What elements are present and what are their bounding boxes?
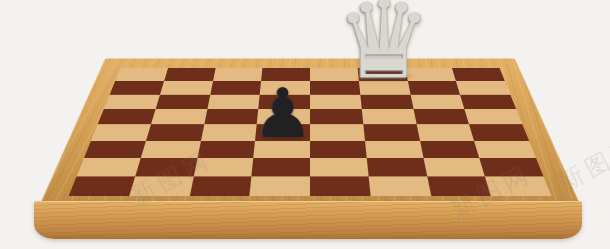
- square-h4[interactable]: [469, 124, 529, 140]
- square-a1[interactable]: [69, 176, 135, 196]
- square-a2[interactable]: [77, 158, 141, 176]
- square-g3[interactable]: [419, 141, 479, 158]
- square-c1[interactable]: [189, 176, 251, 196]
- square-e5[interactable]: [310, 109, 363, 124]
- square-h8[interactable]: [452, 68, 505, 81]
- square-g4[interactable]: [416, 124, 474, 140]
- square-e4[interactable]: [310, 124, 365, 140]
- square-b7[interactable]: [160, 81, 213, 95]
- square-d2[interactable]: [252, 158, 310, 176]
- square-h5[interactable]: [465, 109, 523, 124]
- square-c2[interactable]: [193, 158, 253, 176]
- square-a5[interactable]: [98, 109, 156, 124]
- square-e1[interactable]: [310, 176, 370, 196]
- square-f5[interactable]: [362, 109, 417, 124]
- square-e2[interactable]: [310, 158, 368, 176]
- square-f4[interactable]: [363, 124, 419, 140]
- square-b8[interactable]: [164, 68, 215, 81]
- square-a3[interactable]: [84, 141, 146, 158]
- square-c5[interactable]: [204, 109, 259, 124]
- square-b6[interactable]: [155, 95, 209, 109]
- square-b3[interactable]: [141, 141, 201, 158]
- square-h1[interactable]: [485, 176, 551, 196]
- square-c4[interactable]: [201, 124, 257, 140]
- square-g5[interactable]: [413, 109, 469, 124]
- square-b5[interactable]: [151, 109, 207, 124]
- square-e3[interactable]: [310, 141, 366, 158]
- square-d1[interactable]: [250, 176, 310, 196]
- square-a4[interactable]: [91, 124, 151, 140]
- square-b4[interactable]: [146, 124, 204, 140]
- square-f2[interactable]: [366, 158, 426, 176]
- square-b2[interactable]: [135, 158, 197, 176]
- black-pawn-piece[interactable]: ♟: [253, 80, 314, 148]
- square-a7[interactable]: [110, 81, 164, 95]
- square-a6[interactable]: [104, 95, 160, 109]
- square-h2[interactable]: [479, 158, 543, 176]
- square-b1[interactable]: [129, 176, 193, 196]
- square-h6[interactable]: [460, 95, 516, 109]
- white-queen-piece[interactable]: ♛: [336, 0, 433, 94]
- board-front-edge: [34, 201, 582, 239]
- square-a8[interactable]: [115, 68, 168, 81]
- square-h3[interactable]: [474, 141, 536, 158]
- square-f1[interactable]: [368, 176, 430, 196]
- square-g2[interactable]: [423, 158, 485, 176]
- square-c3[interactable]: [197, 141, 255, 158]
- chess-scene: ♛ ♟ 新图网 新图网 新图网: [0, 0, 610, 249]
- square-h7[interactable]: [456, 81, 510, 95]
- square-f3[interactable]: [365, 141, 423, 158]
- square-g1[interactable]: [427, 176, 491, 196]
